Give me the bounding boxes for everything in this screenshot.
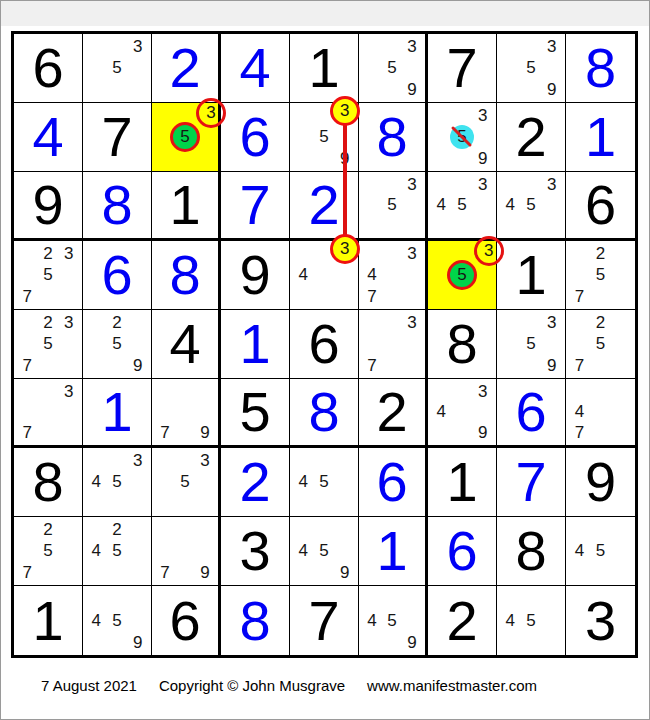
given-digit: 2 <box>428 586 496 655</box>
cell-r6c3[interactable]: 79 <box>152 379 221 448</box>
cell-r5c1[interactable]: 2357 <box>14 310 83 379</box>
pencil-mark: 2 <box>112 314 121 331</box>
pencil-marks: 345 <box>500 174 562 236</box>
cell-r2c3[interactable]: 35 <box>152 103 221 172</box>
solved-digit: 6 <box>497 379 565 445</box>
pencil-mark: 3 <box>64 245 73 262</box>
pencil-mark: 3 <box>547 176 556 193</box>
pencil-mark: 5 <box>387 612 396 629</box>
pencil-mark: 4 <box>92 542 101 559</box>
cell-r7c2[interactable]: 345 <box>83 448 152 517</box>
cell-r5c3[interactable]: 4 <box>152 310 221 379</box>
cell-r6c7[interactable]: 349 <box>428 379 497 448</box>
given-digit: 7 <box>428 34 496 102</box>
pencil-marks: 257 <box>17 519 79 583</box>
cell-r1c9[interactable]: 8 <box>566 34 635 103</box>
cell-r8c9[interactable]: 45 <box>566 517 635 586</box>
pencil-mark: 4 <box>92 473 101 490</box>
cell-r6c4[interactable]: 5 <box>221 379 290 448</box>
cell-r7c4[interactable]: 2 <box>221 448 290 517</box>
cell-r3c1[interactable]: 9 <box>14 172 83 241</box>
pencil-mark: 4 <box>437 403 446 420</box>
pencil-mark: 5 <box>387 59 396 76</box>
pencil-mark: 2 <box>596 245 605 262</box>
pencil-marks: 79 <box>155 519 215 583</box>
pencil-marks: 34 <box>293 243 355 307</box>
cell-r8c4[interactable]: 3 <box>221 517 290 586</box>
pencil-mark: 2 <box>43 245 52 262</box>
pencil-mark: 5 <box>112 59 121 76</box>
cell-r2c2[interactable]: 7 <box>83 103 152 172</box>
pencil-mark: 7 <box>160 424 169 441</box>
yellow-circled-candidate: 3 <box>330 96 360 126</box>
pencil-mark: 4 <box>506 196 515 213</box>
solved-digit: 6 <box>221 103 289 171</box>
cell-r4c5[interactable]: 34 <box>290 241 359 310</box>
given-digit: 7 <box>290 586 358 655</box>
solved-digit: 6 <box>428 517 496 585</box>
solved-digit: 1 <box>566 103 635 171</box>
cell-r3c2[interactable]: 8 <box>83 172 152 241</box>
given-digit: 1 <box>497 241 565 309</box>
cell-r5c9[interactable]: 257 <box>566 310 635 379</box>
given-digit: 6 <box>290 310 358 378</box>
pencil-mark: 3 <box>407 245 416 262</box>
pencil-mark: 4 <box>299 473 308 490</box>
pencil-mark: 4 <box>299 266 308 283</box>
pencil-mark: 2 <box>43 521 52 538</box>
cell-r2c6[interactable]: 8 <box>359 103 428 172</box>
solved-digit: 1 <box>359 517 425 585</box>
cell-r6c6[interactable]: 2 <box>359 379 428 448</box>
pencil-marks: 37 <box>362 312 422 376</box>
cell-r4c6[interactable]: 347 <box>359 241 428 310</box>
pencil-mark: 9 <box>547 81 556 98</box>
cell-r1c5[interactable]: 1 <box>290 34 359 103</box>
pencil-marks: 45 <box>569 519 632 583</box>
footer-copyright: Copyright © John Musgrave <box>159 677 345 694</box>
solved-digit: 4 <box>221 34 289 102</box>
solved-digit: 8 <box>359 103 425 171</box>
given-digit: 6 <box>566 172 635 238</box>
pencil-mark: 7 <box>367 357 376 374</box>
cell-r2c5[interactable]: 359 <box>290 103 359 172</box>
given-digit: 8 <box>497 517 565 585</box>
pencil-marks: 35 <box>155 105 215 169</box>
pencil-mark: 9 <box>407 81 416 98</box>
sudoku-board: 6352413597359847356359835921981723534534… <box>11 31 638 658</box>
green-circled-candidate: 5 <box>447 260 477 290</box>
pencil-mark: 5 <box>526 612 535 629</box>
pencil-marks: 35 <box>86 36 148 100</box>
cell-r1c3[interactable]: 2 <box>152 34 221 103</box>
pencil-marks: 45 <box>500 588 562 653</box>
pencil-marks: 345 <box>431 174 493 236</box>
given-digit: 1 <box>152 172 218 238</box>
solved-digit: 8 <box>83 172 151 238</box>
cell-r6c5[interactable]: 8 <box>290 379 359 448</box>
cell-r8c3[interactable]: 79 <box>152 517 221 586</box>
cell-r1c6[interactable]: 359 <box>359 34 428 103</box>
given-digit: 6 <box>152 586 218 655</box>
pencil-mark: 9 <box>133 634 142 651</box>
pencil-mark: 5 <box>526 196 535 213</box>
cell-r7c7[interactable]: 1 <box>428 448 497 517</box>
cell-r2c4[interactable]: 6 <box>221 103 290 172</box>
pencil-mark: 4 <box>367 266 376 283</box>
pencil-mark: 5 <box>596 335 605 352</box>
cell-r4c4[interactable]: 9 <box>221 241 290 310</box>
pencil-mark: 4 <box>506 612 515 629</box>
pencil-marks: 359 <box>500 36 562 100</box>
given-digit: 3 <box>221 517 289 585</box>
cell-r9c1[interactable]: 1 <box>14 586 83 655</box>
pencil-marks: 459 <box>86 588 148 653</box>
cell-r8c6[interactable]: 1 <box>359 517 428 586</box>
given-digit: 8 <box>14 448 82 516</box>
solved-digit: 1 <box>83 379 151 445</box>
cyan-circled-candidate: 5 <box>450 125 474 149</box>
footer-website: www.manifestmaster.com <box>367 677 537 694</box>
cell-r9c3[interactable]: 6 <box>152 586 221 655</box>
solved-digit: 8 <box>290 379 358 445</box>
cell-r2c9[interactable]: 1 <box>566 103 635 172</box>
cell-r4c8[interactable]: 1 <box>497 241 566 310</box>
yellow-circled-candidate: 3 <box>330 234 360 264</box>
cell-r1c2[interactable]: 35 <box>83 34 152 103</box>
pencil-mark: 5 <box>319 473 328 490</box>
solved-digit: 7 <box>221 172 289 238</box>
red-ring-circled-candidate: 3 <box>474 236 504 266</box>
given-digit: 2 <box>497 103 565 171</box>
pencil-mark: 4 <box>299 542 308 559</box>
pencil-marks: 45 <box>293 450 355 514</box>
pencil-marks: 35 <box>362 174 422 236</box>
cell-r3c8[interactable]: 345 <box>497 172 566 241</box>
given-digit: 1 <box>290 34 358 102</box>
cell-r6c1[interactable]: 37 <box>14 379 83 448</box>
pencil-mark: 5 <box>112 542 121 559</box>
cell-r8c2[interactable]: 245 <box>83 517 152 586</box>
pencil-mark: 2 <box>112 521 121 538</box>
solved-digit: 8 <box>221 586 289 655</box>
pencil-marks: 347 <box>362 243 422 307</box>
cell-r7c6[interactable]: 6 <box>359 448 428 517</box>
pencil-mark: 7 <box>23 288 32 305</box>
footer-date: 7 August 2021 <box>41 677 137 694</box>
pencil-mark: 3 <box>133 38 142 55</box>
pencil-mark: 3 <box>547 314 556 331</box>
pencil-mark: 5 <box>43 335 52 352</box>
pencil-marks: 257 <box>569 243 632 307</box>
pencil-marks: 35 <box>431 243 493 307</box>
pencil-mark: 5 <box>457 196 466 213</box>
pencil-marks: 359 <box>431 105 493 169</box>
cell-r4c7[interactable]: 35 <box>428 241 497 310</box>
cell-r2c1[interactable]: 4 <box>14 103 83 172</box>
cell-r5c7[interactable]: 8 <box>428 310 497 379</box>
solved-digit: 6 <box>359 448 425 516</box>
pencil-mark: 5 <box>596 266 605 283</box>
cell-r2c8[interactable]: 2 <box>497 103 566 172</box>
given-digit: 9 <box>221 241 289 309</box>
cell-r8c5[interactable]: 459 <box>290 517 359 586</box>
cell-r7c9[interactable]: 9 <box>566 448 635 517</box>
pencil-mark: 3 <box>478 383 487 400</box>
solved-digit: 2 <box>221 448 289 516</box>
pencil-mark: 3 <box>478 107 487 124</box>
cell-r1c7[interactable]: 7 <box>428 34 497 103</box>
pencil-mark: 3 <box>64 314 73 331</box>
pencil-mark: 5 <box>112 335 121 352</box>
pencil-marks: 349 <box>431 381 493 443</box>
cell-r8c8[interactable]: 8 <box>497 517 566 586</box>
pencil-mark: 2 <box>43 314 52 331</box>
given-digit: 3 <box>566 586 635 655</box>
cell-r4c1[interactable]: 2357 <box>14 241 83 310</box>
cell-r3c9[interactable]: 6 <box>566 172 635 241</box>
pencil-marks: 35 <box>155 450 215 514</box>
solved-digit: 1 <box>221 310 289 378</box>
pencil-mark: 3 <box>200 452 209 469</box>
cell-r9c8[interactable]: 45 <box>497 586 566 655</box>
pencil-mark: 3 <box>478 176 487 193</box>
solved-digit: 8 <box>566 34 635 102</box>
pencil-mark: 7 <box>160 564 169 581</box>
pencil-marks: 245 <box>86 519 148 583</box>
pencil-mark: 4 <box>92 612 101 629</box>
given-digit: 1 <box>428 448 496 516</box>
cell-r9c2[interactable]: 459 <box>83 586 152 655</box>
pencil-mark: 5 <box>526 335 535 352</box>
pencil-mark: 9 <box>200 564 209 581</box>
cell-r3c6[interactable]: 35 <box>359 172 428 241</box>
pencil-mark: 9 <box>478 150 487 167</box>
solved-digit: 8 <box>152 241 218 309</box>
given-digit: 8 <box>428 310 496 378</box>
green-circled-candidate: 5 <box>170 122 200 152</box>
cell-r9c4[interactable]: 8 <box>221 586 290 655</box>
cell-r3c7[interactable]: 345 <box>428 172 497 241</box>
page: 6352413597359847356359835921981723534534… <box>0 0 650 720</box>
pencil-mark: 9 <box>133 357 142 374</box>
cell-r5c4[interactable]: 1 <box>221 310 290 379</box>
cell-r4c9[interactable]: 257 <box>566 241 635 310</box>
solved-digit: 2 <box>152 34 218 102</box>
footer: 7 August 2021Copyright © John Musgraveww… <box>41 677 559 694</box>
pencil-marks: 345 <box>86 450 148 514</box>
cell-r7c3[interactable]: 35 <box>152 448 221 517</box>
pencil-mark: 9 <box>340 564 349 581</box>
solved-digit: 4 <box>14 103 82 171</box>
cell-r5c5[interactable]: 6 <box>290 310 359 379</box>
cell-r4c2[interactable]: 6 <box>83 241 152 310</box>
pencil-mark: 7 <box>575 424 584 441</box>
given-digit: 1 <box>14 586 82 655</box>
chain-line <box>343 111 347 249</box>
given-digit: 4 <box>152 310 218 378</box>
given-digit: 2 <box>359 379 425 445</box>
given-digit: 5 <box>221 379 289 445</box>
pencil-mark: 5 <box>112 612 121 629</box>
cell-r5c2[interactable]: 259 <box>83 310 152 379</box>
solved-digit: 7 <box>497 448 565 516</box>
cell-r6c2[interactable]: 1 <box>83 379 152 448</box>
given-digit: 7 <box>83 103 151 171</box>
cell-r8c7[interactable]: 6 <box>428 517 497 586</box>
pencil-mark: 4 <box>575 542 584 559</box>
pencil-mark: 5 <box>596 542 605 559</box>
pencil-marks: 459 <box>293 519 355 583</box>
solved-digit: 2 <box>290 172 358 238</box>
pencil-mark: 7 <box>23 424 32 441</box>
pencil-marks: 359 <box>500 312 562 376</box>
pencil-mark: 5 <box>526 59 535 76</box>
pencil-marks: 257 <box>569 312 632 376</box>
pencil-mark: 7 <box>23 564 32 581</box>
solved-digit: 6 <box>83 241 151 309</box>
cell-r8c1[interactable]: 257 <box>14 517 83 586</box>
cell-r9c7[interactable]: 2 <box>428 586 497 655</box>
pencil-mark: 2 <box>596 314 605 331</box>
pencil-mark: 5 <box>387 196 396 213</box>
pencil-mark: 5 <box>112 473 121 490</box>
pencil-mark: 4 <box>437 196 446 213</box>
given-digit: 6 <box>14 34 82 102</box>
pencil-marks: 79 <box>155 381 215 443</box>
pencil-mark: 3 <box>407 314 416 331</box>
pencil-marks: 259 <box>86 312 148 376</box>
cell-r9c9[interactable]: 3 <box>566 586 635 655</box>
pencil-mark: 9 <box>407 634 416 651</box>
cell-r5c8[interactable]: 359 <box>497 310 566 379</box>
pencil-mark: 3 <box>407 176 416 193</box>
pencil-mark: 9 <box>547 357 556 374</box>
pencil-marks: 37 <box>17 381 79 443</box>
cell-r5c6[interactable]: 37 <box>359 310 428 379</box>
pencil-mark: 7 <box>367 288 376 305</box>
pencil-mark: 3 <box>407 38 416 55</box>
red-ring-circled-candidate: 3 <box>196 98 226 128</box>
pencil-mark: 7 <box>575 357 584 374</box>
cell-r7c5[interactable]: 45 <box>290 448 359 517</box>
pencil-mark: 7 <box>23 357 32 374</box>
pencil-mark: 7 <box>575 288 584 305</box>
cell-r2c7[interactable]: 359 <box>428 103 497 172</box>
cell-r3c4[interactable]: 7 <box>221 172 290 241</box>
pencil-mark: 5 <box>43 542 52 559</box>
pencil-mark: 5 <box>319 542 328 559</box>
cell-r9c6[interactable]: 459 <box>359 586 428 655</box>
top-band <box>1 1 649 26</box>
cell-r1c4[interactable]: 4 <box>221 34 290 103</box>
pencil-mark: 9 <box>478 424 487 441</box>
pencil-mark: 4 <box>575 403 584 420</box>
cell-r7c1[interactable]: 8 <box>14 448 83 517</box>
pencil-mark: 4 <box>367 612 376 629</box>
pencil-mark: 5 <box>43 266 52 283</box>
cell-r4c3[interactable]: 8 <box>152 241 221 310</box>
given-digit: 9 <box>14 172 82 238</box>
pencil-marks: 2357 <box>17 312 79 376</box>
cell-r6c9[interactable]: 47 <box>566 379 635 448</box>
pencil-mark: 5 <box>180 473 189 490</box>
pencil-mark: 3 <box>547 38 556 55</box>
pencil-marks: 47 <box>569 381 632 443</box>
pencil-marks: 2357 <box>17 243 79 307</box>
pencil-mark: 3 <box>133 452 142 469</box>
pencil-mark: 9 <box>200 424 209 441</box>
cell-r1c1[interactable]: 6 <box>14 34 83 103</box>
cell-r9c5[interactable]: 7 <box>290 586 359 655</box>
cell-r6c8[interactable]: 6 <box>497 379 566 448</box>
cell-r1c8[interactable]: 359 <box>497 34 566 103</box>
pencil-marks: 359 <box>362 36 422 100</box>
pencil-mark: 3 <box>64 383 73 400</box>
pencil-marks: 459 <box>362 588 422 653</box>
cell-r3c3[interactable]: 1 <box>152 172 221 241</box>
given-digit: 9 <box>566 448 635 516</box>
cell-r7c8[interactable]: 7 <box>497 448 566 517</box>
pencil-mark: 5 <box>319 128 328 145</box>
cell-r3c5[interactable]: 2 <box>290 172 359 241</box>
